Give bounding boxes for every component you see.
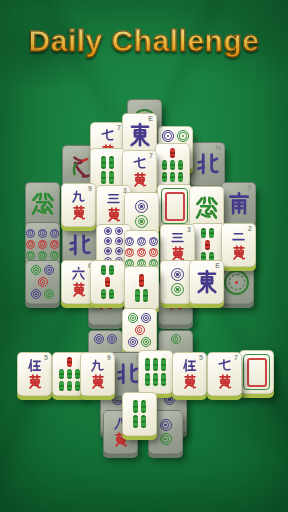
tile-character-5-bottom-left[interactable]: 5 [17,352,52,396]
felt-background: Daily Challenge E7N793SN326E59N57 [0,0,288,512]
tile-character-2-right[interactable]: 2 [221,223,256,267]
tile-white-dragon-middle[interactable] [157,184,192,228]
tile-circle-5-far-left[interactable] [25,260,60,304]
tile-character-9-left[interactable]: 9 [61,183,96,227]
tile-bamboo-5-left[interactable] [90,260,125,304]
tile-east-wind-right[interactable]: E [189,260,224,304]
tile-circle-5-center[interactable] [122,308,157,352]
tile-bamboo-7-upper[interactable] [155,143,190,187]
tile-character-7-bottom[interactable]: 7 [207,352,242,396]
tile-bamboo-3-center[interactable] [124,266,159,310]
tile-south-wind-right[interactable]: S [221,182,256,226]
tile-bamboo-6-bottom[interactable] [138,350,173,394]
tile-character-9-bottom[interactable]: 9 [80,352,115,396]
tile-white-dragon-bottom[interactable] [239,350,274,394]
tile-north-wind-upper-right[interactable]: N [190,142,225,186]
tile-character-5-bottom-right[interactable]: 5 [172,352,207,396]
tile-bamboo-4-bottom-top-layer[interactable] [122,392,157,436]
mahjong-board: E7N793SN326E59N57 [0,0,288,512]
tile-green-dragon-far-left[interactable] [25,182,60,226]
